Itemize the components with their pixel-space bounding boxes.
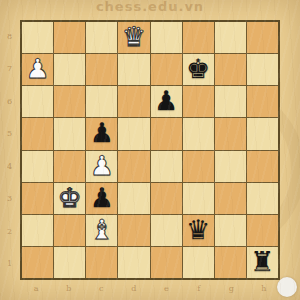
square-d2[interactable] [118, 215, 149, 246]
file-label-b: b [53, 281, 86, 296]
square-c1[interactable] [86, 247, 117, 278]
square-h6[interactable] [247, 86, 278, 117]
file-label-g: g [215, 281, 248, 296]
square-c2[interactable]: ♝ [86, 215, 117, 246]
square-a8[interactable] [22, 22, 53, 53]
square-c6[interactable] [86, 86, 117, 117]
square-f8[interactable] [183, 22, 214, 53]
white-to-move-indicator [277, 277, 297, 297]
square-e7[interactable] [151, 54, 182, 85]
white-king[interactable]: ♚ [58, 184, 82, 211]
square-d1[interactable] [118, 247, 149, 278]
rank-label-8: 8 [0, 20, 19, 53]
square-g1[interactable] [215, 247, 246, 278]
black-pawn[interactable]: ♟ [90, 184, 114, 211]
rank-label-3: 3 [0, 183, 19, 216]
square-b6[interactable] [54, 86, 85, 117]
square-h5[interactable] [247, 118, 278, 149]
file-label-a: a [20, 281, 53, 296]
square-a2[interactable] [22, 215, 53, 246]
square-b7[interactable] [54, 54, 85, 85]
rank-label-5: 5 [0, 118, 19, 151]
site-watermark: chess.edu.vn [0, 0, 300, 14]
file-labels: abcdefgh [20, 281, 280, 296]
square-c7[interactable] [86, 54, 117, 85]
square-c8[interactable] [86, 22, 117, 53]
square-b8[interactable] [54, 22, 85, 53]
square-b2[interactable] [54, 215, 85, 246]
white-queen[interactable]: ♛ [122, 23, 146, 50]
black-queen[interactable]: ♛ [186, 216, 210, 243]
file-label-d: d [118, 281, 151, 296]
square-b4[interactable] [54, 151, 85, 182]
square-a3[interactable] [22, 183, 53, 214]
square-g8[interactable] [215, 22, 246, 53]
square-b5[interactable] [54, 118, 85, 149]
square-f2[interactable]: ♛ [183, 215, 214, 246]
square-f4[interactable] [183, 151, 214, 182]
rank-label-7: 7 [0, 53, 19, 86]
square-d8[interactable]: ♛ [118, 22, 149, 53]
square-e6[interactable]: ♟ [151, 86, 182, 117]
square-a1[interactable] [22, 247, 53, 278]
board: ♛♟♚♟♟♟♚♟♝♛♜ [20, 20, 280, 280]
square-d4[interactable] [118, 151, 149, 182]
file-label-e: e [150, 281, 183, 296]
file-label-c: c [85, 281, 118, 296]
white-pawn[interactable]: ♟ [90, 152, 114, 179]
square-b1[interactable] [54, 247, 85, 278]
square-f3[interactable] [183, 183, 214, 214]
white-pawn[interactable]: ♟ [25, 55, 49, 82]
square-d5[interactable] [118, 118, 149, 149]
square-a4[interactable] [22, 151, 53, 182]
square-g3[interactable] [215, 183, 246, 214]
white-bishop[interactable]: ♝ [90, 216, 114, 243]
black-pawn[interactable]: ♟ [154, 87, 178, 114]
rank-labels: 87654321 [0, 20, 19, 280]
square-d3[interactable] [118, 183, 149, 214]
square-h7[interactable] [247, 54, 278, 85]
square-f6[interactable] [183, 86, 214, 117]
square-h2[interactable] [247, 215, 278, 246]
square-d7[interactable] [118, 54, 149, 85]
file-label-h: h [248, 281, 281, 296]
square-a5[interactable] [22, 118, 53, 149]
square-g6[interactable] [215, 86, 246, 117]
square-h4[interactable] [247, 151, 278, 182]
black-pawn[interactable]: ♟ [90, 119, 114, 146]
rank-label-1: 1 [0, 248, 19, 281]
black-rook[interactable]: ♜ [250, 248, 274, 275]
square-g7[interactable] [215, 54, 246, 85]
black-king[interactable]: ♚ [186, 55, 210, 82]
square-e4[interactable] [151, 151, 182, 182]
square-e2[interactable] [151, 215, 182, 246]
square-c5[interactable]: ♟ [86, 118, 117, 149]
square-a7[interactable]: ♟ [22, 54, 53, 85]
square-e5[interactable] [151, 118, 182, 149]
file-label-f: f [183, 281, 216, 296]
square-h1[interactable]: ♜ [247, 247, 278, 278]
square-c4[interactable]: ♟ [86, 151, 117, 182]
square-g5[interactable] [215, 118, 246, 149]
square-e1[interactable] [151, 247, 182, 278]
square-e8[interactable] [151, 22, 182, 53]
square-h3[interactable] [247, 183, 278, 214]
square-f5[interactable] [183, 118, 214, 149]
rank-label-4: 4 [0, 150, 19, 183]
square-b3[interactable]: ♚ [54, 183, 85, 214]
rank-label-6: 6 [0, 85, 19, 118]
square-d6[interactable] [118, 86, 149, 117]
square-f1[interactable] [183, 247, 214, 278]
square-e3[interactable] [151, 183, 182, 214]
rank-label-2: 2 [0, 215, 19, 248]
square-f7[interactable]: ♚ [183, 54, 214, 85]
square-c3[interactable]: ♟ [86, 183, 117, 214]
square-h8[interactable] [247, 22, 278, 53]
square-g2[interactable] [215, 215, 246, 246]
square-a6[interactable] [22, 86, 53, 117]
square-g4[interactable] [215, 151, 246, 182]
